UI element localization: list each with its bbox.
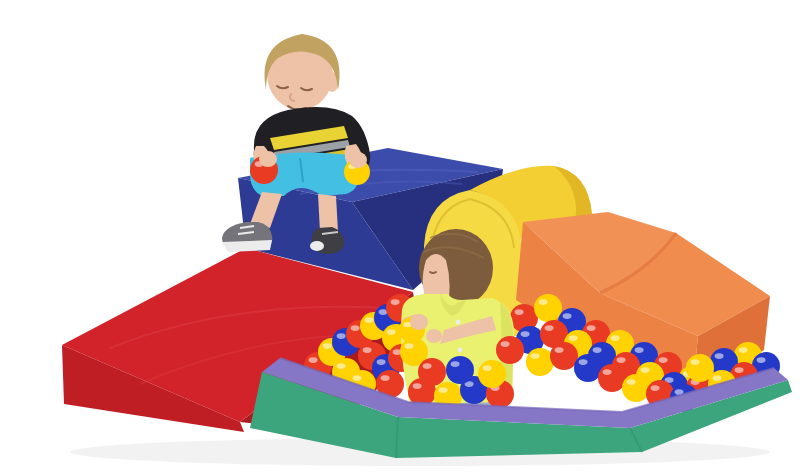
product-photo	[0, 0, 800, 476]
toddler-button-3	[458, 348, 463, 353]
toddler-eye	[430, 272, 436, 273]
boy-right-leg	[318, 194, 338, 232]
play-ball-y	[478, 360, 506, 388]
toddler-right-hand	[426, 329, 442, 343]
play-ball-y	[686, 354, 714, 382]
boy-right-shoe-toe	[310, 241, 324, 251]
boy-right-hand	[259, 151, 277, 167]
play-ball-r	[496, 336, 524, 364]
play-ball-r	[598, 364, 626, 392]
play-ball-y	[526, 348, 554, 376]
play-ball-b	[446, 356, 474, 384]
play-ball-r	[550, 342, 578, 370]
toddler-left-hand	[410, 314, 428, 330]
boy-left-shoe-sole	[222, 240, 272, 252]
boy-left-hand	[349, 152, 367, 168]
play-ball-r	[418, 358, 446, 386]
soft-play-scene	[0, 0, 800, 476]
play-ball-y	[534, 294, 562, 322]
play-ball-y	[622, 374, 650, 402]
play-ball-b	[574, 354, 602, 382]
toddler-button-1	[456, 320, 461, 325]
